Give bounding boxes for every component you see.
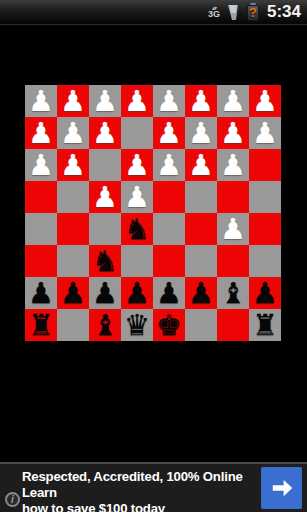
black-bishop: ♝ bbox=[217, 277, 249, 309]
white-pawn: ♟ bbox=[153, 149, 185, 181]
right-arrow-icon bbox=[269, 475, 295, 501]
square-e6[interactable] bbox=[153, 245, 185, 277]
square-f4[interactable] bbox=[185, 181, 217, 213]
status-bar: ▴▾ 3G ? 5:34 bbox=[0, 0, 307, 25]
white-pawn: ♟ bbox=[217, 117, 249, 149]
square-c3[interactable] bbox=[89, 149, 121, 181]
square-e1[interactable]: ♟ bbox=[153, 85, 185, 117]
white-pawn: ♟ bbox=[89, 181, 121, 213]
chess-board: ♟♟♟♟♟♟♟♟♟♟♟♟♟♟♟♟♟♟♟♟♟♟♟♞♟♞♟♟♟♟♟♟♝♟♜♝♛♚♜ bbox=[25, 85, 281, 341]
square-d1[interactable]: ♟ bbox=[121, 85, 153, 117]
square-b3[interactable]: ♟ bbox=[57, 149, 89, 181]
square-e2[interactable]: ♟ bbox=[153, 117, 185, 149]
white-pawn: ♟ bbox=[57, 149, 89, 181]
square-h1[interactable]: ♟ bbox=[249, 85, 281, 117]
white-pawn: ♟ bbox=[25, 117, 57, 149]
square-f2[interactable]: ♟ bbox=[185, 117, 217, 149]
square-c6[interactable]: ♞ bbox=[89, 245, 121, 277]
ad-banner[interactable]: Respected, Accredited, 100% Online Learn… bbox=[0, 462, 307, 512]
square-h6[interactable] bbox=[249, 245, 281, 277]
ad-arrow-button[interactable] bbox=[261, 467, 302, 509]
square-a6[interactable] bbox=[25, 245, 57, 277]
battery-unknown-icon: ? bbox=[247, 3, 259, 21]
black-pawn: ♟ bbox=[121, 277, 153, 309]
black-pawn: ♟ bbox=[249, 277, 281, 309]
square-f6[interactable] bbox=[185, 245, 217, 277]
black-pawn: ♟ bbox=[89, 277, 121, 309]
white-pawn: ♟ bbox=[185, 117, 217, 149]
black-knight: ♞ bbox=[89, 245, 121, 277]
square-a8[interactable]: ♜ bbox=[25, 309, 57, 341]
black-king: ♚ bbox=[153, 309, 185, 341]
square-b1[interactable]: ♟ bbox=[57, 85, 89, 117]
white-pawn: ♟ bbox=[153, 85, 185, 117]
black-knight: ♞ bbox=[121, 213, 153, 245]
square-e5[interactable] bbox=[153, 213, 185, 245]
square-h3[interactable] bbox=[249, 149, 281, 181]
square-b5[interactable] bbox=[57, 213, 89, 245]
square-b4[interactable] bbox=[57, 181, 89, 213]
square-d2[interactable] bbox=[121, 117, 153, 149]
square-b7[interactable]: ♟ bbox=[57, 277, 89, 309]
black-queen: ♛ bbox=[121, 309, 153, 341]
ad-text[interactable]: Respected, Accredited, 100% Online Learn… bbox=[22, 469, 260, 512]
black-pawn: ♟ bbox=[57, 277, 89, 309]
square-a5[interactable] bbox=[25, 213, 57, 245]
square-d6[interactable] bbox=[121, 245, 153, 277]
square-g4[interactable] bbox=[217, 181, 249, 213]
square-f8[interactable] bbox=[185, 309, 217, 341]
black-pawn: ♟ bbox=[185, 277, 217, 309]
ad-info-icon[interactable]: i bbox=[5, 492, 20, 507]
square-f3[interactable]: ♟ bbox=[185, 149, 217, 181]
square-d3[interactable]: ♟ bbox=[121, 149, 153, 181]
black-rook: ♜ bbox=[25, 309, 57, 341]
square-h7[interactable]: ♟ bbox=[249, 277, 281, 309]
square-c7[interactable]: ♟ bbox=[89, 277, 121, 309]
square-h4[interactable] bbox=[249, 181, 281, 213]
square-g2[interactable]: ♟ bbox=[217, 117, 249, 149]
white-pawn: ♟ bbox=[249, 85, 281, 117]
white-pawn: ♟ bbox=[249, 117, 281, 149]
white-pawn: ♟ bbox=[89, 117, 121, 149]
square-g7[interactable]: ♝ bbox=[217, 277, 249, 309]
white-pawn: ♟ bbox=[185, 149, 217, 181]
square-f1[interactable]: ♟ bbox=[185, 85, 217, 117]
white-pawn: ♟ bbox=[57, 117, 89, 149]
white-pawn: ♟ bbox=[89, 85, 121, 117]
white-pawn: ♟ bbox=[185, 85, 217, 117]
black-pawn: ♟ bbox=[25, 277, 57, 309]
black-bishop: ♝ bbox=[89, 309, 121, 341]
square-c4[interactable]: ♟ bbox=[89, 181, 121, 213]
square-f7[interactable]: ♟ bbox=[185, 277, 217, 309]
square-a7[interactable]: ♟ bbox=[25, 277, 57, 309]
square-b8[interactable] bbox=[57, 309, 89, 341]
battery-question-mark: ? bbox=[247, 6, 259, 20]
black-pawn: ♟ bbox=[153, 277, 185, 309]
square-g1[interactable]: ♟ bbox=[217, 85, 249, 117]
square-a2[interactable]: ♟ bbox=[25, 117, 57, 149]
signal-strength-icon bbox=[225, 4, 241, 21]
white-pawn: ♟ bbox=[217, 85, 249, 117]
white-pawn: ♟ bbox=[25, 149, 57, 181]
square-g5[interactable]: ♟ bbox=[217, 213, 249, 245]
square-f5[interactable] bbox=[185, 213, 217, 245]
square-d5[interactable]: ♞ bbox=[121, 213, 153, 245]
square-a3[interactable]: ♟ bbox=[25, 149, 57, 181]
square-a1[interactable]: ♟ bbox=[25, 85, 57, 117]
android-screen: { "app": {"background": "#000000"}, "sta… bbox=[0, 0, 307, 512]
black-rook: ♜ bbox=[249, 309, 281, 341]
status-clock: 5:34 bbox=[264, 2, 303, 22]
square-h5[interactable] bbox=[249, 213, 281, 245]
square-e3[interactable]: ♟ bbox=[153, 149, 185, 181]
square-b2[interactable]: ♟ bbox=[57, 117, 89, 149]
white-pawn: ♟ bbox=[121, 85, 153, 117]
square-c1[interactable]: ♟ bbox=[89, 85, 121, 117]
white-pawn: ♟ bbox=[121, 181, 153, 213]
white-pawn: ♟ bbox=[153, 117, 185, 149]
square-b6[interactable] bbox=[57, 245, 89, 277]
white-pawn: ♟ bbox=[25, 85, 57, 117]
ad-text-line1: Respected, Accredited, 100% Online Learn bbox=[22, 469, 260, 501]
white-pawn: ♟ bbox=[217, 213, 249, 245]
square-g3[interactable]: ♟ bbox=[217, 149, 249, 181]
network-3g-icon: ▴▾ 3G bbox=[208, 5, 220, 19]
square-c2[interactable]: ♟ bbox=[89, 117, 121, 149]
square-h8[interactable]: ♜ bbox=[249, 309, 281, 341]
square-e7[interactable]: ♟ bbox=[153, 277, 185, 309]
white-pawn: ♟ bbox=[57, 85, 89, 117]
square-h2[interactable]: ♟ bbox=[249, 117, 281, 149]
white-pawn: ♟ bbox=[121, 149, 153, 181]
square-d4[interactable]: ♟ bbox=[121, 181, 153, 213]
square-e8[interactable]: ♚ bbox=[153, 309, 185, 341]
square-a4[interactable] bbox=[25, 181, 57, 213]
ad-text-line2: how to save $100 today bbox=[22, 501, 260, 512]
square-d8[interactable]: ♛ bbox=[121, 309, 153, 341]
square-g8[interactable] bbox=[217, 309, 249, 341]
white-pawn: ♟ bbox=[217, 149, 249, 181]
square-c8[interactable]: ♝ bbox=[89, 309, 121, 341]
square-c5[interactable] bbox=[89, 213, 121, 245]
square-g6[interactable] bbox=[217, 245, 249, 277]
square-e4[interactable] bbox=[153, 181, 185, 213]
network-type-label: 3G bbox=[208, 10, 220, 19]
square-d7[interactable]: ♟ bbox=[121, 277, 153, 309]
